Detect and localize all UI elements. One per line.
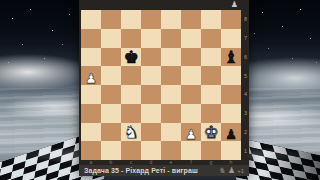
square-h5[interactable] [221, 66, 241, 85]
square-c4[interactable] [121, 85, 141, 104]
file-label-d: d [141, 160, 161, 165]
square-a2[interactable] [81, 123, 101, 142]
square-a6[interactable] [81, 48, 101, 67]
square-e1[interactable] [161, 141, 181, 160]
square-a1[interactable] [81, 141, 101, 160]
square-d4[interactable] [141, 85, 161, 104]
rank-label-1: 1 [242, 148, 249, 154]
white-knight[interactable]: ♞ [121, 123, 141, 142]
caption-bar: Задача 35 - Ріхард Реті - виграш ♞ ♟ +1 [79, 165, 249, 176]
square-d3[interactable] [141, 104, 161, 123]
square-d2[interactable] [141, 123, 161, 142]
square-f6[interactable] [181, 48, 201, 67]
square-c5[interactable] [121, 66, 141, 85]
square-f1[interactable] [181, 141, 201, 160]
pawn-icon: ♟ [228, 166, 235, 175]
square-h4[interactable] [221, 85, 241, 104]
square-e4[interactable] [161, 85, 181, 104]
puzzle-title: Задача 35 - Ріхард Реті - виграш [84, 167, 198, 174]
square-a4[interactable] [81, 85, 101, 104]
rank-label-2: 2 [242, 129, 249, 135]
square-e7[interactable] [161, 29, 181, 48]
rank-label-3: 3 [242, 110, 249, 116]
square-f3[interactable] [181, 104, 201, 123]
square-e5[interactable] [161, 66, 181, 85]
square-f5[interactable] [181, 66, 201, 85]
square-g3[interactable] [201, 104, 221, 123]
square-b8[interactable] [101, 10, 121, 29]
white-king[interactable]: ♚ [201, 123, 221, 142]
square-d7[interactable] [141, 29, 161, 48]
square-d1[interactable] [141, 141, 161, 160]
file-label-h: h [221, 160, 241, 165]
square-b5[interactable] [101, 66, 121, 85]
material-advantage: +1 [237, 168, 244, 174]
file-label-c: c [121, 160, 141, 165]
square-f7[interactable] [181, 29, 201, 48]
chess-widget: ♟ ♚♝♟♞♟♚♟ Задача 35 - Ріхард Реті - вигр… [79, 0, 249, 176]
white-pawn[interactable]: ♟ [181, 123, 201, 142]
rank-label-8: 8 [242, 16, 249, 22]
square-c3[interactable] [121, 104, 141, 123]
rank-label-4: 4 [242, 91, 249, 97]
square-f8[interactable] [181, 10, 201, 29]
square-g1[interactable] [201, 141, 221, 160]
square-e8[interactable] [161, 10, 181, 29]
rank-label-5: 5 [242, 73, 249, 79]
square-e6[interactable] [161, 48, 181, 67]
knight-icon: ♞ [219, 166, 226, 175]
turn-pawn-icon: ♟ [231, 0, 238, 10]
square-b4[interactable] [101, 85, 121, 104]
file-label-f: f [181, 160, 201, 165]
square-d5[interactable] [141, 66, 161, 85]
stars [0, 0, 1, 1]
square-h8[interactable] [221, 10, 241, 29]
square-f4[interactable] [181, 85, 201, 104]
square-b2[interactable] [101, 123, 121, 142]
white-pawn[interactable]: ♟ [81, 66, 101, 85]
square-g8[interactable] [201, 10, 221, 29]
square-a7[interactable] [81, 29, 101, 48]
square-h7[interactable] [221, 29, 241, 48]
square-h3[interactable] [221, 104, 241, 123]
file-label-b: b [101, 160, 121, 165]
file-label-g: g [201, 160, 221, 165]
square-b1[interactable] [101, 141, 121, 160]
square-c7[interactable] [121, 29, 141, 48]
file-label-a: a [81, 160, 101, 165]
square-e2[interactable] [161, 123, 181, 142]
black-bishop[interactable]: ♝ [221, 48, 241, 67]
square-g7[interactable] [201, 29, 221, 48]
black-king[interactable]: ♚ [121, 48, 141, 67]
square-b6[interactable] [101, 48, 121, 67]
square-h1[interactable] [221, 141, 241, 160]
square-d8[interactable] [141, 10, 161, 29]
square-c1[interactable] [121, 141, 141, 160]
rank-label-6: 6 [242, 54, 249, 60]
square-g5[interactable] [201, 66, 221, 85]
rank-label-7: 7 [242, 35, 249, 41]
square-c8[interactable] [121, 10, 141, 29]
black-pawn[interactable]: ♟ [221, 123, 241, 142]
square-b7[interactable] [101, 29, 121, 48]
square-g6[interactable] [201, 48, 221, 67]
square-d6[interactable] [141, 48, 161, 67]
material-indicator: ♞ ♟ +1 [219, 166, 244, 175]
square-e3[interactable] [161, 104, 181, 123]
square-g4[interactable] [201, 85, 221, 104]
board[interactable]: ♚♝♟♞♟♚♟ [81, 10, 241, 160]
square-a8[interactable] [81, 10, 101, 29]
file-label-e: e [161, 160, 181, 165]
square-b3[interactable] [101, 104, 121, 123]
square-a3[interactable] [81, 104, 101, 123]
